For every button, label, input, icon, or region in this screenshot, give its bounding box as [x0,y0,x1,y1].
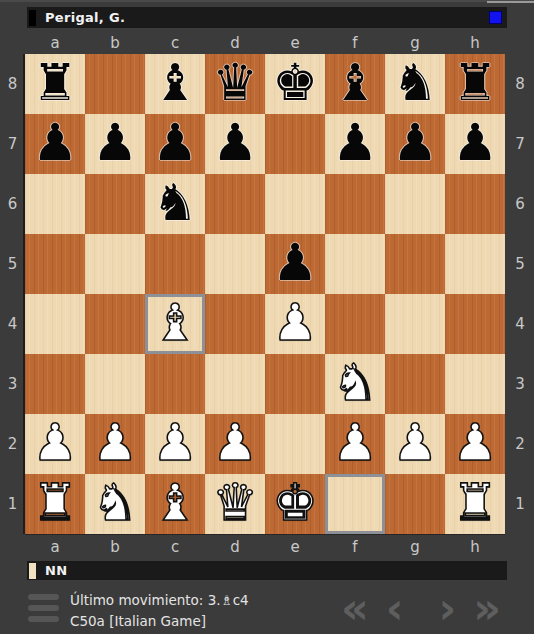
piece-white-pawn[interactable]: ♟ [445,414,505,474]
square-c8[interactable]: ♝ [145,54,205,114]
piece-white-pawn[interactable]: ♟ [265,294,325,354]
previous-move-button[interactable]: ‹ [386,586,404,630]
square-f5[interactable] [325,234,385,294]
piece-black-pawn[interactable]: ♟ [325,114,385,174]
rank-label-7: 7 [506,114,534,174]
file-labels-top: abcdefgh [25,32,505,54]
square-h8[interactable]: ♜ [445,54,505,114]
piece-white-pawn[interactable]: ♟ [385,414,445,474]
piece-white-queen[interactable]: ♛ [205,474,265,534]
square-g2[interactable]: ♟ [385,414,445,474]
top-divider-highlight [487,1,534,3]
hamburger-menu-icon[interactable] [28,594,59,622]
square-f8[interactable]: ♝ [325,54,385,114]
rank-label-2: 2 [0,414,25,474]
square-b4[interactable] [85,294,145,354]
piece-white-knight[interactable]: ♞ [85,474,145,534]
square-f6[interactable] [325,174,385,234]
next-move-button[interactable]: › [438,586,456,630]
piece-black-pawn[interactable]: ♟ [265,234,325,294]
black-player-bar: Perigal, G. [27,7,507,28]
square-h5[interactable] [445,234,505,294]
piece-white-king[interactable]: ♚ [265,474,325,534]
file-label-c: c [145,536,205,558]
file-labels-bottom: abcdefgh [25,536,505,558]
square-a7[interactable]: ♟ [25,114,85,174]
white-color-swatch [29,563,36,579]
rank-labels-left: 87654321 [0,54,25,534]
move-navigation: « ‹ › » [341,584,501,632]
file-label-g: g [385,536,445,558]
square-h1[interactable]: ♜ [445,474,505,534]
square-a5[interactable] [25,234,85,294]
chess-board: ♜♝♛♚♝♞♜♟♟♟♟♟♟♟♞♟♝♟♞♟♟♟♟♟♟♟♜♞♝♛♚♜ [25,54,505,534]
rank-label-1: 1 [506,474,534,534]
square-a2[interactable]: ♟ [25,414,85,474]
rank-label-5: 5 [0,234,25,294]
piece-black-pawn[interactable]: ♟ [85,114,145,174]
square-d1[interactable]: ♛ [205,474,265,534]
square-c7[interactable]: ♟ [145,114,205,174]
square-c6[interactable]: ♞ [145,174,205,234]
square-h4[interactable] [445,294,505,354]
square-b2[interactable]: ♟ [85,414,145,474]
rank-label-4: 4 [0,294,25,354]
file-label-e: e [265,32,325,54]
piece-black-pawn[interactable]: ♟ [25,114,85,174]
square-c4[interactable]: ♝ [145,294,205,354]
rank-label-3: 3 [506,354,534,414]
square-e2[interactable] [265,414,325,474]
file-label-h: h [445,536,505,558]
square-a8[interactable]: ♜ [25,54,85,114]
square-f1[interactable] [325,474,385,534]
square-g3[interactable] [385,354,445,414]
rank-label-6: 6 [0,174,25,234]
rank-label-1: 1 [0,474,25,534]
piece-white-bishop[interactable]: ♝ [145,474,205,534]
black-color-swatch [29,10,36,26]
piece-white-pawn[interactable]: ♟ [205,414,265,474]
square-g5[interactable] [385,234,445,294]
piece-black-pawn[interactable]: ♟ [445,114,505,174]
move-info-footer: Último movimiento: 3.♗c4 C50a [Italian G… [0,584,534,634]
square-c5[interactable] [145,234,205,294]
piece-white-pawn[interactable]: ♟ [145,414,205,474]
file-label-d: d [205,32,265,54]
square-e3[interactable] [265,354,325,414]
rank-label-8: 8 [0,54,25,114]
square-b3[interactable] [85,354,145,414]
rank-label-8: 8 [506,54,534,114]
square-g6[interactable] [385,174,445,234]
piece-black-knight[interactable]: ♞ [145,174,205,234]
square-f2[interactable]: ♟ [325,414,385,474]
piece-black-queen[interactable]: ♛ [205,54,265,114]
file-label-d: d [205,536,265,558]
maximize-pane-button[interactable] [489,11,502,24]
piece-black-pawn[interactable]: ♟ [145,114,205,174]
file-label-f: f [325,536,385,558]
piece-black-bishop[interactable]: ♝ [145,54,205,114]
square-d8[interactable]: ♛ [205,54,265,114]
white-player-bar: NN [27,561,507,580]
square-g8[interactable]: ♞ [385,54,445,114]
square-e5[interactable]: ♟ [265,234,325,294]
square-f4[interactable] [325,294,385,354]
square-h3[interactable] [445,354,505,414]
square-h6[interactable] [445,174,505,234]
square-c3[interactable] [145,354,205,414]
last-move-button[interactable]: » [473,586,501,630]
file-label-h: h [445,32,505,54]
square-h2[interactable]: ♟ [445,414,505,474]
file-label-f: f [325,32,385,54]
square-f7[interactable]: ♟ [325,114,385,174]
rank-labels-right: 87654321 [506,54,534,534]
piece-black-rook[interactable]: ♜ [25,54,85,114]
square-a1[interactable]: ♜ [25,474,85,534]
square-b5[interactable] [85,234,145,294]
piece-black-rook[interactable]: ♜ [445,54,505,114]
square-b6[interactable] [85,174,145,234]
piece-black-knight[interactable]: ♞ [385,54,445,114]
opening-text: C50a [Italian Game] [70,611,249,632]
rank-label-2: 2 [506,414,534,474]
square-d6[interactable] [205,174,265,234]
piece-white-pawn[interactable]: ♟ [85,414,145,474]
square-e6[interactable] [265,174,325,234]
square-e7[interactable] [265,114,325,174]
piece-white-rook[interactable]: ♜ [445,474,505,534]
square-b7[interactable]: ♟ [85,114,145,174]
first-move-button[interactable]: « [341,586,369,630]
white-player-name: NN [45,563,67,578]
square-a3[interactable] [25,354,85,414]
file-label-e: e [265,536,325,558]
square-b1[interactable]: ♞ [85,474,145,534]
square-c2[interactable]: ♟ [145,414,205,474]
square-g7[interactable]: ♟ [385,114,445,174]
last-move-text: Último movimiento: 3.♗c4 [70,590,249,611]
file-label-a: a [25,32,85,54]
piece-white-bishop[interactable]: ♝ [145,294,205,354]
piece-white-rook[interactable]: ♜ [25,474,85,534]
file-label-b: b [85,32,145,54]
file-label-a: a [25,536,85,558]
piece-white-knight[interactable]: ♞ [325,354,385,414]
piece-white-pawn[interactable]: ♟ [25,414,85,474]
square-e1[interactable]: ♚ [265,474,325,534]
move-info-text: Último movimiento: 3.♗c4 C50a [Italian G… [70,590,249,632]
square-a4[interactable] [25,294,85,354]
square-h7[interactable]: ♟ [445,114,505,174]
square-d7[interactable]: ♟ [205,114,265,174]
piece-black-bishop[interactable]: ♝ [325,54,385,114]
square-f3[interactable]: ♞ [325,354,385,414]
file-label-b: b [85,536,145,558]
rank-label-4: 4 [506,294,534,354]
square-a6[interactable] [25,174,85,234]
piece-white-pawn[interactable]: ♟ [325,414,385,474]
file-label-c: c [145,32,205,54]
rank-label-3: 3 [0,354,25,414]
square-c1[interactable]: ♝ [145,474,205,534]
rank-label-7: 7 [0,114,25,174]
square-e8[interactable]: ♚ [265,54,325,114]
chess-app-window: Perigal, G. abcdefgh 87654321 ♜♝♛♚♝♞♜♟♟♟… [0,0,534,634]
square-b8[interactable] [85,54,145,114]
piece-black-pawn[interactable]: ♟ [205,114,265,174]
square-d2[interactable]: ♟ [205,414,265,474]
piece-black-pawn[interactable]: ♟ [385,114,445,174]
piece-black-king[interactable]: ♚ [265,54,325,114]
square-d3[interactable] [205,354,265,414]
top-divider [0,0,534,2]
black-player-name: Perigal, G. [45,10,125,25]
rank-label-6: 6 [506,174,534,234]
rank-label-5: 5 [506,234,534,294]
square-g4[interactable] [385,294,445,354]
square-g1[interactable] [385,474,445,534]
file-label-g: g [385,32,445,54]
square-e4[interactable]: ♟ [265,294,325,354]
square-d5[interactable] [205,234,265,294]
square-d4[interactable] [205,294,265,354]
